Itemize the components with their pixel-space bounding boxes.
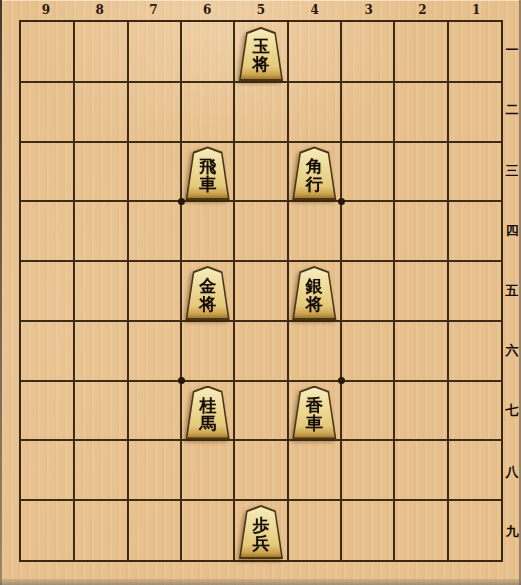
square-94[interactable]	[21, 201, 74, 261]
square-77[interactable]	[128, 381, 181, 441]
piece-lance-kyosha[interactable]: 香車	[291, 386, 337, 440]
square-53[interactable]	[234, 142, 287, 202]
file-label-9: 9	[19, 2, 73, 18]
piece-kanji-label: 香車	[291, 386, 337, 440]
square-85[interactable]	[74, 261, 127, 321]
square-54[interactable]	[234, 201, 287, 261]
piece-kanji-label: 角行	[291, 146, 337, 200]
square-93[interactable]	[21, 142, 74, 202]
square-48[interactable]	[288, 440, 341, 500]
square-41[interactable]	[288, 22, 341, 82]
piece-knight-keima[interactable]: 桂馬	[185, 386, 231, 440]
square-38[interactable]	[341, 440, 394, 500]
rank-coordinates: 一二三四五六七八九	[503, 20, 521, 562]
square-84[interactable]	[74, 201, 127, 261]
piece-kanji-label: 飛車	[185, 146, 231, 200]
square-33[interactable]	[341, 142, 394, 202]
square-39[interactable]	[341, 500, 394, 560]
square-19[interactable]	[448, 500, 501, 560]
square-66[interactable]	[181, 321, 234, 381]
file-coordinates: 987654321	[19, 2, 503, 18]
square-69[interactable]	[181, 500, 234, 560]
piece-king-gyokusho[interactable]: 玉将	[238, 27, 284, 81]
piece-kanji-label: 桂馬	[185, 386, 231, 440]
rank-label-8: 八	[503, 442, 521, 502]
square-36[interactable]	[341, 321, 394, 381]
square-11[interactable]	[448, 22, 501, 82]
square-68[interactable]	[181, 440, 234, 500]
file-label-2: 2	[395, 2, 449, 18]
piece-gold-kinsho[interactable]: 金将	[185, 266, 231, 320]
square-91[interactable]	[21, 22, 74, 82]
square-76[interactable]	[128, 321, 181, 381]
file-label-1: 1	[449, 2, 503, 18]
square-37[interactable]	[341, 381, 394, 441]
square-92[interactable]	[21, 82, 74, 142]
file-label-3: 3	[342, 2, 396, 18]
piece-kanji-label: 金将	[185, 266, 231, 320]
square-56[interactable]	[234, 321, 287, 381]
square-64[interactable]	[181, 201, 234, 261]
square-14[interactable]	[448, 201, 501, 261]
file-label-4: 4	[288, 2, 342, 18]
square-21[interactable]	[394, 22, 447, 82]
square-95[interactable]	[21, 261, 74, 321]
shogi-board: 玉将飛車角行金将銀将桂馬香車歩兵	[19, 20, 503, 562]
square-16[interactable]	[448, 321, 501, 381]
square-82[interactable]	[74, 82, 127, 142]
square-18[interactable]	[448, 440, 501, 500]
square-83[interactable]	[74, 142, 127, 202]
file-label-8: 8	[73, 2, 127, 18]
square-42[interactable]	[288, 82, 341, 142]
square-25[interactable]	[394, 261, 447, 321]
square-52[interactable]	[234, 82, 287, 142]
rank-label-2: 二	[503, 80, 521, 140]
piece-silver-ginsho[interactable]: 銀将	[291, 266, 337, 320]
square-86[interactable]	[74, 321, 127, 381]
square-88[interactable]	[74, 440, 127, 500]
piece-bishop-kakugyo[interactable]: 角行	[291, 146, 337, 200]
square-81[interactable]	[74, 22, 127, 82]
board-edge-top	[0, 0, 521, 1]
square-97[interactable]	[21, 381, 74, 441]
square-61[interactable]	[181, 22, 234, 82]
square-73[interactable]	[128, 142, 181, 202]
piece-kanji-label: 銀将	[291, 266, 337, 320]
square-17[interactable]	[448, 381, 501, 441]
square-35[interactable]	[341, 261, 394, 321]
rank-label-6: 六	[503, 321, 521, 381]
board-edge-left	[0, 0, 2, 585]
rank-label-5: 五	[503, 261, 521, 321]
square-13[interactable]	[448, 142, 501, 202]
file-label-7: 7	[127, 2, 181, 18]
board-edge-bottom	[0, 579, 521, 585]
piece-pawn-fuhyo[interactable]: 歩兵	[238, 505, 284, 559]
square-75[interactable]	[128, 261, 181, 321]
square-32[interactable]	[341, 82, 394, 142]
square-23[interactable]	[394, 142, 447, 202]
square-74[interactable]	[128, 201, 181, 261]
square-28[interactable]	[394, 440, 447, 500]
square-96[interactable]	[21, 321, 74, 381]
square-26[interactable]	[394, 321, 447, 381]
square-46[interactable]	[288, 321, 341, 381]
shogi-board-app: 987654321 一二三四五六七八九 玉将飛車角行金将銀将桂馬香車歩兵	[0, 0, 521, 585]
square-57[interactable]	[234, 381, 287, 441]
rank-label-9: 九	[503, 502, 521, 562]
square-24[interactable]	[394, 201, 447, 261]
square-29[interactable]	[394, 500, 447, 560]
rank-label-7: 七	[503, 381, 521, 441]
rank-label-3: 三	[503, 140, 521, 200]
piece-kanji-label: 歩兵	[238, 505, 284, 559]
square-99[interactable]	[21, 500, 74, 560]
square-55[interactable]	[234, 261, 287, 321]
square-34[interactable]	[341, 201, 394, 261]
file-label-6: 6	[180, 2, 234, 18]
square-87[interactable]	[74, 381, 127, 441]
piece-rook-hisha[interactable]: 飛車	[185, 146, 231, 200]
square-72[interactable]	[128, 82, 181, 142]
rank-label-4: 四	[503, 201, 521, 261]
square-71[interactable]	[128, 22, 181, 82]
square-44[interactable]	[288, 201, 341, 261]
square-49[interactable]	[288, 500, 341, 560]
square-98[interactable]	[21, 440, 74, 500]
square-12[interactable]	[448, 82, 501, 142]
square-79[interactable]	[128, 500, 181, 560]
piece-kanji-label: 玉将	[238, 27, 284, 81]
square-62[interactable]	[181, 82, 234, 142]
square-89[interactable]	[74, 500, 127, 560]
square-78[interactable]	[128, 440, 181, 500]
square-15[interactable]	[448, 261, 501, 321]
square-22[interactable]	[394, 82, 447, 142]
rank-label-1: 一	[503, 20, 521, 80]
square-58[interactable]	[234, 440, 287, 500]
file-label-5: 5	[234, 2, 288, 18]
square-27[interactable]	[394, 381, 447, 441]
square-31[interactable]	[341, 22, 394, 82]
